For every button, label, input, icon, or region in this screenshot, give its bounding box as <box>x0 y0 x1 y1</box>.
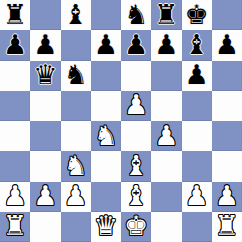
black-knight[interactable]: ♞ <box>64 61 88 88</box>
square-e4[interactable] <box>121 121 151 151</box>
square-c8[interactable]: ♝ <box>61 0 91 30</box>
square-e8[interactable]: ♞ <box>121 0 151 30</box>
black-king[interactable]: ♚ <box>185 1 209 28</box>
square-h7[interactable]: ♟ <box>212 30 242 60</box>
white-queen[interactable]: ♛ <box>94 212 118 239</box>
square-c7[interactable] <box>61 30 91 60</box>
square-d3[interactable] <box>91 151 121 181</box>
square-e6[interactable] <box>121 61 151 91</box>
square-f2[interactable] <box>151 182 181 212</box>
square-d8[interactable] <box>91 0 121 30</box>
square-a8[interactable]: ♜ <box>0 0 30 30</box>
square-e3[interactable]: ♝ <box>121 151 151 181</box>
square-a5[interactable] <box>0 91 30 121</box>
square-h4[interactable] <box>212 121 242 151</box>
black-bishop[interactable]: ♝ <box>64 1 88 28</box>
square-a3[interactable] <box>0 151 30 181</box>
white-pawn[interactable]: ♟ <box>64 182 88 209</box>
white-pawn[interactable]: ♟ <box>185 182 209 209</box>
square-h6[interactable] <box>212 61 242 91</box>
white-bishop[interactable]: ♝ <box>124 182 148 209</box>
square-b1[interactable] <box>30 212 60 242</box>
square-c6[interactable]: ♞ <box>61 61 91 91</box>
square-e2[interactable]: ♝ <box>121 182 151 212</box>
square-a1[interactable]: ♜ <box>0 212 30 242</box>
square-b7[interactable]: ♟ <box>30 30 60 60</box>
square-f7[interactable]: ♟ <box>151 30 181 60</box>
black-bishop[interactable]: ♝ <box>185 31 209 58</box>
square-b5[interactable] <box>30 91 60 121</box>
square-d6[interactable] <box>91 61 121 91</box>
square-f4[interactable]: ♟ <box>151 121 181 151</box>
white-pawn[interactable]: ♟ <box>215 182 239 209</box>
square-g5[interactable] <box>182 91 212 121</box>
square-c2[interactable]: ♟ <box>61 182 91 212</box>
square-g4[interactable] <box>182 121 212 151</box>
white-bishop[interactable]: ♝ <box>124 152 148 179</box>
black-pawn[interactable]: ♟ <box>154 31 178 58</box>
square-d5[interactable] <box>91 91 121 121</box>
black-pawn[interactable]: ♟ <box>185 61 209 88</box>
black-rook[interactable]: ♜ <box>3 1 27 28</box>
square-e7[interactable]: ♟ <box>121 30 151 60</box>
square-h5[interactable] <box>212 91 242 121</box>
square-d4[interactable]: ♞ <box>91 121 121 151</box>
black-pawn[interactable]: ♟ <box>215 31 239 58</box>
square-g3[interactable] <box>182 151 212 181</box>
white-king[interactable]: ♚ <box>124 212 148 239</box>
square-g2[interactable]: ♟ <box>182 182 212 212</box>
square-b6[interactable]: ♛ <box>30 61 60 91</box>
square-c3[interactable]: ♞ <box>61 151 91 181</box>
square-f3[interactable] <box>151 151 181 181</box>
square-h3[interactable] <box>212 151 242 181</box>
square-h2[interactable]: ♟ <box>212 182 242 212</box>
black-rook[interactable]: ♜ <box>154 1 178 28</box>
chess-board: ♜♝♞♜♚♟♟♟♟♟♝♟♛♞♟♟♞♟♞♝♟♟♟♝♟♟♜♛♚♜ <box>0 0 242 242</box>
square-c1[interactable] <box>61 212 91 242</box>
white-pawn[interactable]: ♟ <box>33 182 57 209</box>
square-b8[interactable] <box>30 0 60 30</box>
black-queen[interactable]: ♛ <box>33 61 57 88</box>
black-pawn[interactable]: ♟ <box>33 31 57 58</box>
square-f6[interactable] <box>151 61 181 91</box>
white-pawn[interactable]: ♟ <box>124 91 148 118</box>
square-g6[interactable]: ♟ <box>182 61 212 91</box>
square-a2[interactable]: ♟ <box>0 182 30 212</box>
square-d2[interactable] <box>91 182 121 212</box>
square-a6[interactable] <box>0 61 30 91</box>
square-f1[interactable] <box>151 212 181 242</box>
square-h1[interactable]: ♜ <box>212 212 242 242</box>
black-pawn[interactable]: ♟ <box>124 31 148 58</box>
square-e5[interactable]: ♟ <box>121 91 151 121</box>
black-pawn[interactable]: ♟ <box>3 31 27 58</box>
square-d1[interactable]: ♛ <box>91 212 121 242</box>
square-c4[interactable] <box>61 121 91 151</box>
square-g8[interactable]: ♚ <box>182 0 212 30</box>
square-f5[interactable] <box>151 91 181 121</box>
white-rook[interactable]: ♜ <box>215 212 239 239</box>
white-pawn[interactable]: ♟ <box>154 122 178 149</box>
square-h8[interactable] <box>212 0 242 30</box>
square-c5[interactable] <box>61 91 91 121</box>
square-b3[interactable] <box>30 151 60 181</box>
white-knight[interactable]: ♞ <box>64 152 88 179</box>
square-a7[interactable]: ♟ <box>0 30 30 60</box>
square-b4[interactable] <box>30 121 60 151</box>
white-rook[interactable]: ♜ <box>3 212 27 239</box>
square-d7[interactable]: ♟ <box>91 30 121 60</box>
white-pawn[interactable]: ♟ <box>3 182 27 209</box>
square-f8[interactable]: ♜ <box>151 0 181 30</box>
square-b2[interactable]: ♟ <box>30 182 60 212</box>
square-e1[interactable]: ♚ <box>121 212 151 242</box>
square-g1[interactable] <box>182 212 212 242</box>
black-pawn[interactable]: ♟ <box>94 31 118 58</box>
square-a4[interactable] <box>0 121 30 151</box>
black-knight[interactable]: ♞ <box>124 1 148 28</box>
white-knight[interactable]: ♞ <box>94 122 118 149</box>
square-g7[interactable]: ♝ <box>182 30 212 60</box>
